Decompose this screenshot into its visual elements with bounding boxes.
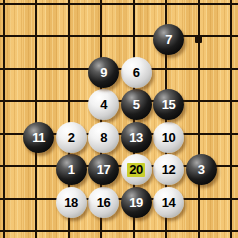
last-move-number-badge: 20 [127,163,144,177]
stone-white-14: 14 [153,187,184,218]
grid-line-horizontal [0,68,238,70]
stone-white-6: 6 [121,57,152,88]
grid-line-horizontal [0,100,238,102]
stone-number: 14 [162,195,175,210]
stone-black-19: 19 [121,187,152,218]
stone-black-5: 5 [121,89,152,120]
stone-black-11: 11 [23,122,54,153]
stone-number: 16 [97,195,110,210]
grid-line-horizontal [0,3,238,5]
grid-line-horizontal [0,35,238,37]
stone-number: 12 [162,162,175,177]
stone-number: 11 [32,130,45,145]
stone-black-1: 1 [56,154,87,185]
stone-number: 5 [133,97,140,112]
stone-number: 4 [100,97,107,112]
stone-number: 19 [129,195,142,210]
stone-number: 6 [133,65,140,80]
stone-black-7: 7 [153,24,184,55]
stone-white-20: 20 [121,154,152,185]
stone-number: 10 [162,130,175,145]
stone-number: 13 [129,130,142,145]
star-point-icon [195,36,202,43]
stone-white-16: 16 [88,187,119,218]
stone-number: 2 [68,130,75,145]
stone-black-3: 3 [186,154,217,185]
stone-number: 9 [100,65,107,80]
go-board[interactable]: 1234567891011121314151617181920 [0,0,238,238]
stone-white-18: 18 [56,187,87,218]
stone-number: 8 [100,130,107,145]
stone-black-15: 15 [153,89,184,120]
stone-number: 15 [162,97,175,112]
stone-white-2: 2 [56,122,87,153]
stone-number: 7 [165,32,172,47]
stone-number: 17 [97,162,110,177]
grid-line-horizontal [0,230,238,232]
stone-white-12: 12 [153,154,184,185]
grid-line-horizontal [0,198,238,200]
stone-black-17: 17 [88,154,119,185]
stone-black-13: 13 [121,122,152,153]
stone-white-8: 8 [88,122,119,153]
stone-black-9: 9 [88,57,119,88]
stone-number: 18 [64,195,77,210]
stone-white-10: 10 [153,122,184,153]
stone-number: 3 [198,162,205,177]
stone-white-4: 4 [88,89,119,120]
stone-number: 1 [68,162,75,177]
